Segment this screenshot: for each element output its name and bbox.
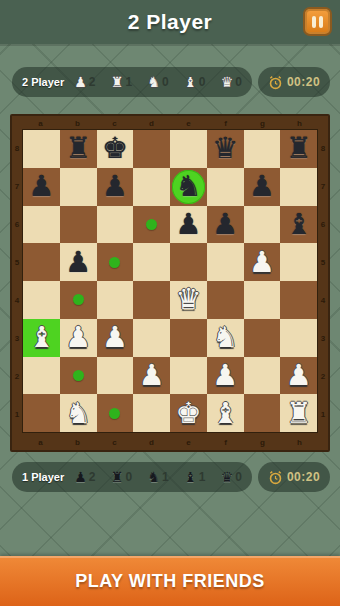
piece-white-pawn: ♟ xyxy=(286,361,312,390)
square-b5[interactable]: ♟ xyxy=(60,243,97,281)
captured-pawn-count: 2 xyxy=(89,470,96,484)
captured-pawn-count: 2 xyxy=(89,75,96,89)
piece-white-pawn: ♟ xyxy=(139,361,165,390)
coord-file-a: a xyxy=(22,435,59,449)
square-e8[interactable] xyxy=(170,130,207,168)
piece-white-rook: ♜ xyxy=(286,399,312,428)
legal-move-dot xyxy=(146,219,157,230)
piece-black-pawn: ♟ xyxy=(175,210,201,239)
square-h4[interactable] xyxy=(280,281,317,319)
coord-file-h: h xyxy=(281,117,318,129)
captured-knight-count: 1 xyxy=(162,470,169,484)
square-c5[interactable] xyxy=(97,243,134,281)
square-f7[interactable] xyxy=(207,168,244,206)
piece-white-pawn: ♟ xyxy=(65,323,91,352)
legal-move-dot xyxy=(109,257,120,268)
captured-bishop-count: 0 xyxy=(199,75,206,89)
top-bar: 2 Player xyxy=(0,0,340,44)
square-c4[interactable] xyxy=(97,281,134,319)
player-name: 1 Player xyxy=(22,471,64,483)
captured-queen-count: 0 xyxy=(235,470,242,484)
captured-bishop-item: ♝1 xyxy=(184,470,205,484)
coord-file-c: c xyxy=(96,117,133,129)
coord-rank-8: 8 xyxy=(12,129,22,167)
player-timer: 00:20 xyxy=(258,462,330,492)
banner-label: PLAY WITH FRIENDS xyxy=(75,571,265,592)
square-d3[interactable] xyxy=(133,319,170,357)
piece-white-bishop: ♝ xyxy=(212,399,238,428)
square-e1[interactable]: ♚ xyxy=(170,394,207,432)
square-d5[interactable] xyxy=(133,243,170,281)
square-f3[interactable]: ♞ xyxy=(207,319,244,357)
opponent-name: 2 Player xyxy=(22,76,64,88)
coord-file-c: c xyxy=(96,435,133,449)
square-a8[interactable] xyxy=(23,130,60,168)
piece-black-pawn: ♟ xyxy=(65,248,91,277)
board-grid: ♜♚♛♜♟♟♞♟♟♟♝♟♟♛♝♟♟♞♟♟♟♞♚♝♜ xyxy=(22,129,318,433)
piece-white-knight: ♞ xyxy=(212,323,238,352)
player-time: 00:20 xyxy=(287,470,320,484)
piece-black-pawn: ♟ xyxy=(212,210,238,239)
square-g2[interactable] xyxy=(244,357,281,395)
file-labels-top: abcdefgh xyxy=(22,117,318,129)
captured-bishop-item: ♝0 xyxy=(184,75,205,89)
captured-pawn-item: ♟2 xyxy=(74,75,95,89)
square-c8[interactable]: ♚ xyxy=(97,130,134,168)
piece-white-bishop: ♝ xyxy=(28,323,54,352)
square-b1[interactable]: ♞ xyxy=(60,394,97,432)
square-h3[interactable] xyxy=(280,319,317,357)
coord-file-d: d xyxy=(133,117,170,129)
piece-black-rook: ♜ xyxy=(65,134,91,163)
square-b2[interactable] xyxy=(60,357,97,395)
bishop-icon: ♝ xyxy=(184,75,197,89)
player-captured-list: ♟2♜0♞1♝1♛0 xyxy=(74,470,242,484)
rook-icon: ♜ xyxy=(111,75,124,89)
coord-rank-2: 2 xyxy=(12,357,22,395)
square-a3[interactable]: ♝ xyxy=(23,319,60,357)
coord-file-g: g xyxy=(244,435,281,449)
coord-file-d: d xyxy=(133,435,170,449)
pause-button[interactable] xyxy=(303,7,332,36)
square-a7[interactable]: ♟ xyxy=(23,168,60,206)
square-b6[interactable] xyxy=(60,206,97,244)
coord-file-e: e xyxy=(170,435,207,449)
coord-file-g: g xyxy=(244,117,281,129)
opponent-tray: 2 Player ♟2♜1♞0♝0♛0 00:20 xyxy=(0,67,340,97)
legal-move-dot xyxy=(73,294,84,305)
square-h1[interactable]: ♜ xyxy=(280,394,317,432)
opponent-timer: 00:20 xyxy=(258,67,330,97)
coord-file-f: f xyxy=(207,435,244,449)
square-g6[interactable] xyxy=(244,206,281,244)
square-h6[interactable]: ♝ xyxy=(280,206,317,244)
captured-knight-item: ♞0 xyxy=(147,75,168,89)
piece-black-bishop: ♝ xyxy=(286,210,312,239)
square-h7[interactable] xyxy=(280,168,317,206)
coord-rank-1: 1 xyxy=(318,395,328,433)
captured-pawn-item: ♟2 xyxy=(74,470,95,484)
coord-rank-3: 3 xyxy=(318,319,328,357)
rook-icon: ♜ xyxy=(111,470,124,484)
player-pill: 1 Player ♟2♜0♞1♝1♛0 xyxy=(12,462,252,492)
square-d8[interactable] xyxy=(133,130,170,168)
file-labels-bottom: abcdefgh xyxy=(22,435,318,449)
captured-rook-item: ♜1 xyxy=(111,75,132,89)
coord-rank-4: 4 xyxy=(12,281,22,319)
opponent-pill: 2 Player ♟2♜1♞0♝0♛0 xyxy=(12,67,252,97)
square-f1[interactable]: ♝ xyxy=(207,394,244,432)
pawn-icon: ♟ xyxy=(74,470,87,484)
piece-black-pawn: ♟ xyxy=(102,172,128,201)
knight-icon: ♞ xyxy=(147,470,160,484)
captured-rook-count: 1 xyxy=(125,75,132,89)
coord-rank-3: 3 xyxy=(12,319,22,357)
square-c1[interactable] xyxy=(97,394,134,432)
legal-move-dot xyxy=(73,370,84,381)
piece-white-pawn: ♟ xyxy=(212,361,238,390)
square-h5[interactable] xyxy=(280,243,317,281)
square-e6[interactable]: ♟ xyxy=(170,206,207,244)
square-d1[interactable] xyxy=(133,394,170,432)
clock-icon xyxy=(268,470,283,485)
piece-white-king: ♚ xyxy=(175,399,201,428)
square-b7[interactable] xyxy=(60,168,97,206)
coord-rank-5: 5 xyxy=(12,243,22,281)
pause-icon xyxy=(312,16,323,28)
piece-black-pawn: ♟ xyxy=(249,172,275,201)
opponent-time: 00:20 xyxy=(287,75,320,89)
pawn-icon: ♟ xyxy=(74,75,87,89)
coord-rank-1: 1 xyxy=(12,395,22,433)
captured-queen-item: ♛0 xyxy=(221,75,242,89)
coord-rank-2: 2 xyxy=(318,357,328,395)
coord-file-b: b xyxy=(59,117,96,129)
square-d7[interactable] xyxy=(133,168,170,206)
square-c2[interactable] xyxy=(97,357,134,395)
piece-white-knight: ♞ xyxy=(65,399,91,428)
square-e7[interactable]: ♞ xyxy=(170,168,207,206)
captured-rook-count: 0 xyxy=(125,470,132,484)
coord-rank-5: 5 xyxy=(318,243,328,281)
coord-rank-7: 7 xyxy=(318,167,328,205)
square-f4[interactable] xyxy=(207,281,244,319)
square-g1[interactable] xyxy=(244,394,281,432)
piece-black-rook: ♜ xyxy=(286,134,312,163)
piece-white-queen: ♛ xyxy=(175,285,201,314)
square-b4[interactable] xyxy=(60,281,97,319)
piece-white-pawn: ♟ xyxy=(102,323,128,352)
square-e4[interactable]: ♛ xyxy=(170,281,207,319)
square-f8[interactable]: ♛ xyxy=(207,130,244,168)
square-g4[interactable] xyxy=(244,281,281,319)
square-f6[interactable]: ♟ xyxy=(207,206,244,244)
queen-icon: ♛ xyxy=(221,470,234,484)
square-a2[interactable] xyxy=(23,357,60,395)
square-c7[interactable]: ♟ xyxy=(97,168,134,206)
player-tray: 1 Player ♟2♜0♞1♝1♛0 00:20 xyxy=(0,462,340,492)
piece-black-queen: ♛ xyxy=(212,134,238,163)
square-a5[interactable] xyxy=(23,243,60,281)
app-screen: 2 Player 2 Player ♟2♜1♞0♝0♛0 00:20 abcde… xyxy=(0,0,340,606)
queen-icon: ♛ xyxy=(221,75,234,89)
rank-labels-right: 87654321 xyxy=(318,129,328,433)
clock-icon xyxy=(268,75,283,90)
square-h2[interactable]: ♟ xyxy=(280,357,317,395)
square-e3[interactable] xyxy=(170,319,207,357)
coord-file-f: f xyxy=(207,117,244,129)
coord-rank-7: 7 xyxy=(12,167,22,205)
opponent-captured-list: ♟2♜1♞0♝0♛0 xyxy=(74,75,242,89)
coord-rank-6: 6 xyxy=(12,205,22,243)
coord-rank-4: 4 xyxy=(318,281,328,319)
captured-bishop-count: 1 xyxy=(199,470,206,484)
square-a1[interactable] xyxy=(23,394,60,432)
piece-white-pawn: ♟ xyxy=(249,248,275,277)
bishop-icon: ♝ xyxy=(184,470,197,484)
square-f2[interactable]: ♟ xyxy=(207,357,244,395)
square-d6[interactable] xyxy=(133,206,170,244)
coord-file-b: b xyxy=(59,435,96,449)
square-a6[interactable] xyxy=(23,206,60,244)
square-g7[interactable]: ♟ xyxy=(244,168,281,206)
coord-rank-6: 6 xyxy=(318,205,328,243)
square-e5[interactable] xyxy=(170,243,207,281)
captured-knight-count: 0 xyxy=(162,75,169,89)
square-d2[interactable]: ♟ xyxy=(133,357,170,395)
square-a4[interactable] xyxy=(23,281,60,319)
square-d4[interactable] xyxy=(133,281,170,319)
square-g8[interactable] xyxy=(244,130,281,168)
knight-icon: ♞ xyxy=(147,75,160,89)
square-c6[interactable] xyxy=(97,206,134,244)
coord-file-e: e xyxy=(170,117,207,129)
square-h8[interactable]: ♜ xyxy=(280,130,317,168)
coord-rank-8: 8 xyxy=(318,129,328,167)
page-title: 2 Player xyxy=(0,0,340,44)
coord-file-h: h xyxy=(281,435,318,449)
piece-black-king: ♚ xyxy=(102,134,128,163)
square-b8[interactable]: ♜ xyxy=(60,130,97,168)
captured-queen-item: ♛0 xyxy=(221,470,242,484)
piece-black-knight: ♞ xyxy=(175,172,201,201)
coord-file-a: a xyxy=(22,117,59,129)
captured-knight-item: ♞1 xyxy=(147,470,168,484)
piece-black-pawn: ♟ xyxy=(28,172,54,201)
rank-labels-left: 87654321 xyxy=(12,129,22,433)
square-g3[interactable] xyxy=(244,319,281,357)
captured-queen-count: 0 xyxy=(235,75,242,89)
captured-rook-item: ♜0 xyxy=(111,470,132,484)
chess-board: abcdefgh abcdefgh 87654321 87654321 ♜♚♛♜… xyxy=(10,114,330,452)
square-g5[interactable]: ♟ xyxy=(244,243,281,281)
square-b3[interactable]: ♟ xyxy=(60,319,97,357)
legal-move-dot xyxy=(109,408,120,419)
play-with-friends-banner[interactable]: PLAY WITH FRIENDS xyxy=(0,556,340,606)
square-c3[interactable]: ♟ xyxy=(97,319,134,357)
square-f5[interactable] xyxy=(207,243,244,281)
square-e2[interactable] xyxy=(170,357,207,395)
